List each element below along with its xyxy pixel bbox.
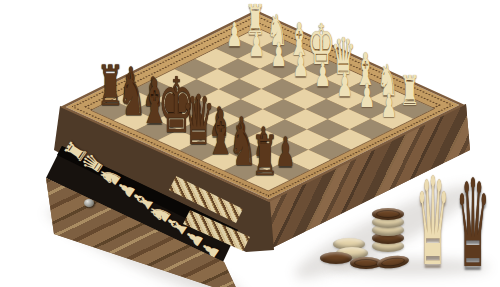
dark-checker — [320, 252, 352, 264]
dark-checker — [376, 254, 409, 270]
product-photo-scene: ♜♛♞♟♝♞♝♟♟ ♜♞♝♚♛♝♞♜♟♟♟♟♟♟♟♟♟♟♟♟♟♟♟♟♜♞♝♚♛♝… — [0, 0, 500, 287]
loose-checkers-and-queens: ♛♛ — [0, 0, 500, 287]
dark-checker — [372, 208, 404, 220]
